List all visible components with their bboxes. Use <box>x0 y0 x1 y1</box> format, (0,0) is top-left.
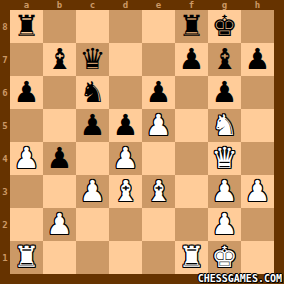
square-g1: ♚ <box>208 241 241 274</box>
file-labels: abcdefgh <box>10 0 274 10</box>
file-label-f: f <box>175 0 208 10</box>
square-e4 <box>142 142 175 175</box>
white-rook-a1: ♜ <box>10 241 43 274</box>
square-c2 <box>76 208 109 241</box>
white-rook-f1: ♜ <box>175 241 208 274</box>
rank-label-3: 3 <box>0 175 10 208</box>
square-g7: ♝ <box>208 43 241 76</box>
black-knight-c6: ♞ <box>76 76 109 109</box>
white-pawn-d4: ♟ <box>109 142 142 175</box>
black-pawn-f7: ♟ <box>175 43 208 76</box>
square-h3: ♟ <box>241 175 274 208</box>
white-pawn-a4: ♟ <box>10 142 43 175</box>
white-king-g1: ♚ <box>208 241 241 274</box>
black-bishop-g7: ♝ <box>208 43 241 76</box>
square-g4: ♛ <box>208 142 241 175</box>
rank-label-2: 2 <box>0 208 10 241</box>
square-h2 <box>241 208 274 241</box>
square-g3: ♟ <box>208 175 241 208</box>
black-pawn-b4: ♟ <box>43 142 76 175</box>
white-bishop-d3: ♝ <box>109 175 142 208</box>
square-d3: ♝ <box>109 175 142 208</box>
file-label-b: b <box>43 0 76 10</box>
square-f2 <box>175 208 208 241</box>
white-pawn-g2: ♟ <box>208 208 241 241</box>
square-c3: ♟ <box>76 175 109 208</box>
white-pawn-c3: ♟ <box>76 175 109 208</box>
black-pawn-a6: ♟ <box>10 76 43 109</box>
square-b7: ♝ <box>43 43 76 76</box>
rank-label-6: 6 <box>0 76 10 109</box>
square-b6 <box>43 76 76 109</box>
square-b5 <box>43 109 76 142</box>
white-bishop-e3: ♝ <box>142 175 175 208</box>
square-c6: ♞ <box>76 76 109 109</box>
square-g6: ♟ <box>208 76 241 109</box>
square-f6 <box>175 76 208 109</box>
square-b1 <box>43 241 76 274</box>
square-h4 <box>241 142 274 175</box>
square-d2 <box>109 208 142 241</box>
square-a5 <box>10 109 43 142</box>
white-knight-g5: ♞ <box>208 109 241 142</box>
square-a4: ♟ <box>10 142 43 175</box>
square-b8 <box>43 10 76 43</box>
square-e1 <box>142 241 175 274</box>
square-f7: ♟ <box>175 43 208 76</box>
square-d4: ♟ <box>109 142 142 175</box>
square-h5 <box>241 109 274 142</box>
square-f4 <box>175 142 208 175</box>
rank-label-7: 7 <box>0 43 10 76</box>
rank-label-4: 4 <box>0 142 10 175</box>
file-label-a: a <box>10 0 43 10</box>
square-a2 <box>10 208 43 241</box>
black-pawn-e6: ♟ <box>142 76 175 109</box>
chessgames-watermark: CHESSGAMES.COM <box>198 273 282 284</box>
square-e8 <box>142 10 175 43</box>
square-a6: ♟ <box>10 76 43 109</box>
square-e6: ♟ <box>142 76 175 109</box>
square-f3 <box>175 175 208 208</box>
file-label-c: c <box>76 0 109 10</box>
black-pawn-c5: ♟ <box>76 109 109 142</box>
square-e5: ♟ <box>142 109 175 142</box>
black-king-g8: ♚ <box>208 10 241 43</box>
square-h8 <box>241 10 274 43</box>
black-rook-f8: ♜ <box>175 10 208 43</box>
square-a8: ♜ <box>10 10 43 43</box>
square-f5 <box>175 109 208 142</box>
square-a1: ♜ <box>10 241 43 274</box>
rank-label-5: 5 <box>0 109 10 142</box>
square-c4 <box>76 142 109 175</box>
square-c8 <box>76 10 109 43</box>
square-h7: ♟ <box>241 43 274 76</box>
white-pawn-h3: ♟ <box>241 175 274 208</box>
chess-diagram: abcdefgh 87654321 ♜♜♚♝♛♟♝♟♟♞♟♟♟♟♟♞♟♟♟♛♟♝… <box>0 0 284 284</box>
rank-labels: 87654321 <box>0 10 10 274</box>
white-pawn-g3: ♟ <box>208 175 241 208</box>
rank-label-1: 1 <box>0 241 10 274</box>
black-pawn-h7: ♟ <box>241 43 274 76</box>
black-pawn-g6: ♟ <box>208 76 241 109</box>
square-f1: ♜ <box>175 241 208 274</box>
square-e7 <box>142 43 175 76</box>
square-e2 <box>142 208 175 241</box>
square-h6 <box>241 76 274 109</box>
black-rook-a8: ♜ <box>10 10 43 43</box>
square-b4: ♟ <box>43 142 76 175</box>
white-pawn-e5: ♟ <box>142 109 175 142</box>
file-label-h: h <box>241 0 274 10</box>
square-d6 <box>109 76 142 109</box>
square-e3: ♝ <box>142 175 175 208</box>
file-label-g: g <box>208 0 241 10</box>
square-c1 <box>76 241 109 274</box>
square-d1 <box>109 241 142 274</box>
square-g5: ♞ <box>208 109 241 142</box>
black-pawn-d5: ♟ <box>109 109 142 142</box>
square-g8: ♚ <box>208 10 241 43</box>
rank-label-8: 8 <box>0 10 10 43</box>
square-d8 <box>109 10 142 43</box>
square-b3 <box>43 175 76 208</box>
square-a7 <box>10 43 43 76</box>
square-a3 <box>10 175 43 208</box>
square-f8: ♜ <box>175 10 208 43</box>
white-queen-g4: ♛ <box>208 142 241 175</box>
square-h1 <box>241 241 274 274</box>
black-queen-c7: ♛ <box>76 43 109 76</box>
black-bishop-b7: ♝ <box>43 43 76 76</box>
square-g2: ♟ <box>208 208 241 241</box>
square-d5: ♟ <box>109 109 142 142</box>
square-d7 <box>109 43 142 76</box>
chess-board: ♜♜♚♝♛♟♝♟♟♞♟♟♟♟♟♞♟♟♟♛♟♝♝♟♟♟♟♜♜♚ <box>10 10 274 274</box>
white-pawn-b2: ♟ <box>43 208 76 241</box>
square-c7: ♛ <box>76 43 109 76</box>
square-c5: ♟ <box>76 109 109 142</box>
file-label-d: d <box>109 0 142 10</box>
square-b2: ♟ <box>43 208 76 241</box>
file-label-e: e <box>142 0 175 10</box>
